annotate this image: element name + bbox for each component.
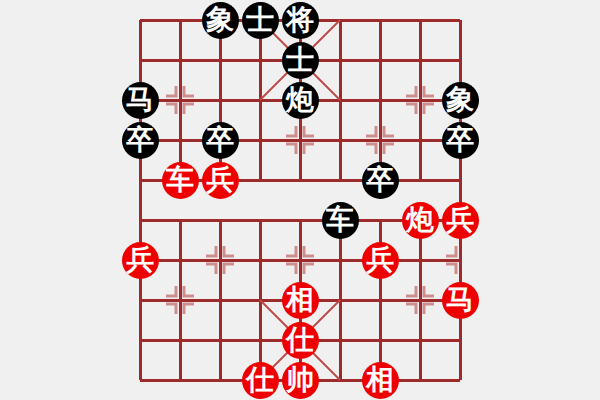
piece-red-advisor[interactable]: 仕 bbox=[242, 362, 279, 399]
piece-black-pawn[interactable]: 卒 bbox=[442, 122, 479, 159]
piece-red-pawn[interactable]: 兵 bbox=[362, 242, 399, 279]
piece-black-horse[interactable]: 马 bbox=[122, 82, 159, 119]
piece-black-advisor[interactable]: 士 bbox=[282, 42, 319, 79]
piece-red-horse[interactable]: 马 bbox=[442, 282, 479, 319]
piece-black-elephant[interactable]: 象 bbox=[202, 2, 239, 39]
piece-black-elephant[interactable]: 象 bbox=[442, 82, 479, 119]
piece-red-chariot[interactable]: 车 bbox=[162, 162, 199, 199]
piece-black-chariot[interactable]: 车 bbox=[322, 202, 359, 239]
piece-red-king[interactable]: 帅 bbox=[282, 362, 319, 399]
piece-black-king[interactable]: 将 bbox=[282, 2, 319, 39]
piece-red-pawn[interactable]: 兵 bbox=[202, 162, 239, 199]
piece-black-pawn[interactable]: 卒 bbox=[202, 122, 239, 159]
piece-black-advisor[interactable]: 士 bbox=[242, 2, 279, 39]
piece-black-pawn[interactable]: 卒 bbox=[122, 122, 159, 159]
piece-red-elephant[interactable]: 相 bbox=[362, 362, 399, 399]
piece-red-pawn[interactable]: 兵 bbox=[122, 242, 159, 279]
piece-red-pawn[interactable]: 兵 bbox=[442, 202, 479, 239]
pieces-layer: 象士将士马炮象卒卒卒卒车车兵炮兵兵兵相马仕仕帅相 bbox=[120, 0, 480, 400]
piece-black-cannon[interactable]: 炮 bbox=[282, 82, 319, 119]
piece-red-cannon[interactable]: 炮 bbox=[402, 202, 439, 239]
piece-red-elephant[interactable]: 相 bbox=[282, 282, 319, 319]
piece-black-pawn[interactable]: 卒 bbox=[362, 162, 399, 199]
xiangqi-board: 象士将士马炮象卒卒卒卒车车兵炮兵兵兵相马仕仕帅相 bbox=[0, 0, 600, 400]
piece-red-advisor[interactable]: 仕 bbox=[282, 322, 319, 359]
